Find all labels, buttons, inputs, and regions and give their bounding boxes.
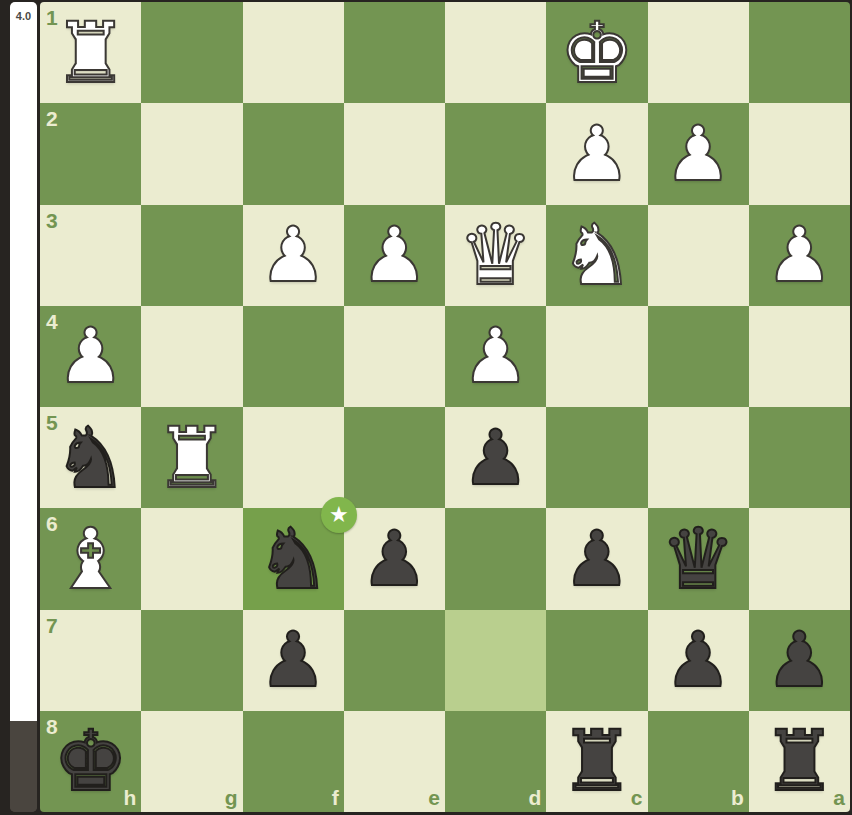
square-a6[interactable] <box>749 508 850 609</box>
evaluation-bar: 4.0 <box>10 2 37 812</box>
square-h3[interactable]: 3 <box>40 205 141 306</box>
square-b2[interactable]: ♟ <box>648 103 749 204</box>
square-e8[interactable]: e <box>344 711 445 812</box>
square-f5[interactable] <box>243 407 344 508</box>
square-a7[interactable]: ♟ <box>749 610 850 711</box>
star-icon: ★ <box>329 504 349 526</box>
square-f1[interactable] <box>243 2 344 103</box>
square-c5[interactable] <box>546 407 647 508</box>
white-pawn-e3[interactable]: ♟ <box>360 217 428 293</box>
square-g4[interactable] <box>141 306 242 407</box>
file-label-c: c <box>631 786 643 810</box>
evaluation-score: 4.0 <box>10 10 37 22</box>
square-g1[interactable] <box>141 2 242 103</box>
square-e4[interactable] <box>344 306 445 407</box>
black-king-h8[interactable]: ♚ <box>53 719 128 803</box>
white-pawn-f3[interactable]: ♟ <box>259 217 327 293</box>
square-b7[interactable]: ♟ <box>648 610 749 711</box>
square-e2[interactable] <box>344 103 445 204</box>
rank-label-4: 4 <box>46 310 58 334</box>
square-b5[interactable] <box>648 407 749 508</box>
white-pawn-a3[interactable]: ♟ <box>765 217 833 293</box>
square-c3[interactable]: ♞ <box>546 205 647 306</box>
square-c7[interactable] <box>546 610 647 711</box>
square-e5[interactable] <box>344 407 445 508</box>
rank-label-3: 3 <box>46 209 58 233</box>
square-d3[interactable]: ♛ <box>445 205 546 306</box>
board: 1♜♚2♟♟3♟♟♛♞♟4♟♟5♞♜♟6♝♞★♟♟♛7♟♟♟8h♚gfedc♜b… <box>40 2 850 812</box>
rank-label-8: 8 <box>46 715 58 739</box>
rank-label-7: 7 <box>46 614 58 638</box>
square-e7[interactable] <box>344 610 445 711</box>
white-pawn-b2[interactable]: ♟ <box>664 116 732 192</box>
square-f6[interactable]: ♞★ <box>243 508 344 609</box>
square-g2[interactable] <box>141 103 242 204</box>
chess-app-window: 4.0 1♜♚2♟♟3♟♟♛♞♟4♟♟5♞♜♟6♝♞★♟♟♛7♟♟♟8h♚gfe… <box>0 0 852 815</box>
evaluation-bar-black-section <box>10 721 37 812</box>
square-d8[interactable]: d <box>445 711 546 812</box>
square-c8[interactable]: c♜ <box>546 711 647 812</box>
black-pawn-a7[interactable]: ♟ <box>765 622 833 698</box>
square-c1[interactable]: ♚ <box>546 2 647 103</box>
square-c2[interactable]: ♟ <box>546 103 647 204</box>
file-label-h: h <box>123 786 136 810</box>
white-pawn-c2[interactable]: ♟ <box>563 116 631 192</box>
square-f2[interactable] <box>243 103 344 204</box>
square-a2[interactable] <box>749 103 850 204</box>
rank-label-5: 5 <box>46 411 58 435</box>
white-pawn-d4[interactable]: ♟ <box>462 318 530 394</box>
square-c4[interactable] <box>546 306 647 407</box>
square-d2[interactable] <box>445 103 546 204</box>
square-b1[interactable] <box>648 2 749 103</box>
square-a5[interactable] <box>749 407 850 508</box>
rank-label-1: 1 <box>46 6 58 30</box>
square-b4[interactable] <box>648 306 749 407</box>
square-d5[interactable]: ♟ <box>445 407 546 508</box>
black-knight-f6[interactable]: ♞ <box>255 517 330 601</box>
black-rook-c8[interactable]: ♜ <box>559 719 634 803</box>
black-pawn-b7[interactable]: ♟ <box>664 622 732 698</box>
square-a8[interactable]: a♜ <box>749 711 850 812</box>
square-e3[interactable]: ♟ <box>344 205 445 306</box>
white-bishop-h6[interactable]: ♝ <box>53 517 128 601</box>
square-d4[interactable]: ♟ <box>445 306 546 407</box>
square-b3[interactable] <box>648 205 749 306</box>
square-a3[interactable]: ♟ <box>749 205 850 306</box>
square-b6[interactable]: ♛ <box>648 508 749 609</box>
black-pawn-f7[interactable]: ♟ <box>259 622 327 698</box>
square-g5[interactable]: ♜ <box>141 407 242 508</box>
white-pawn-h4[interactable]: ♟ <box>57 318 125 394</box>
square-h8[interactable]: 8h♚ <box>40 711 141 812</box>
square-a1[interactable] <box>749 2 850 103</box>
black-queen-b6[interactable]: ♛ <box>660 517 735 601</box>
square-f4[interactable] <box>243 306 344 407</box>
square-g3[interactable] <box>141 205 242 306</box>
file-label-a: a <box>833 786 845 810</box>
file-label-b: b <box>731 786 744 810</box>
square-d1[interactable] <box>445 2 546 103</box>
black-rook-a8[interactable]: ♜ <box>762 719 837 803</box>
black-pawn-d5[interactable]: ♟ <box>462 420 530 496</box>
rank-label-2: 2 <box>46 107 58 131</box>
black-knight-h5[interactable]: ♞ <box>53 416 128 500</box>
file-label-f: f <box>332 786 339 810</box>
square-f3[interactable]: ♟ <box>243 205 344 306</box>
square-f8[interactable]: f <box>243 711 344 812</box>
square-e6[interactable]: ♟ <box>344 508 445 609</box>
square-b8[interactable]: b <box>648 711 749 812</box>
square-d6[interactable] <box>445 508 546 609</box>
square-e1[interactable] <box>344 2 445 103</box>
square-h6[interactable]: 6♝ <box>40 508 141 609</box>
square-h1[interactable]: 1♜ <box>40 2 141 103</box>
best-move-badge: ★ <box>321 497 357 533</box>
square-h5[interactable]: 5♞ <box>40 407 141 508</box>
square-f7[interactable]: ♟ <box>243 610 344 711</box>
square-g8[interactable]: g <box>141 711 242 812</box>
square-a4[interactable] <box>749 306 850 407</box>
black-pawn-e6[interactable]: ♟ <box>360 521 428 597</box>
white-knight-c3[interactable]: ♞ <box>559 213 634 297</box>
white-king-c1[interactable]: ♚ <box>559 11 634 95</box>
square-h4[interactable]: 4♟ <box>40 306 141 407</box>
square-h2[interactable]: 2 <box>40 103 141 204</box>
square-c6[interactable]: ♟ <box>546 508 647 609</box>
file-label-e: e <box>428 786 440 810</box>
square-g6[interactable] <box>141 508 242 609</box>
square-h7[interactable]: 7 <box>40 610 141 711</box>
white-rook-g5[interactable]: ♜ <box>154 416 229 500</box>
square-g7[interactable] <box>141 610 242 711</box>
rank-label-6: 6 <box>46 512 58 536</box>
black-pawn-c6[interactable]: ♟ <box>563 521 631 597</box>
evaluation-bar-white-section <box>10 2 37 721</box>
file-label-g: g <box>225 786 238 810</box>
file-label-d: d <box>528 786 541 810</box>
white-rook-h1[interactable]: ♜ <box>53 11 128 95</box>
square-d7[interactable] <box>445 610 546 711</box>
white-queen-d3[interactable]: ♛ <box>458 213 533 297</box>
